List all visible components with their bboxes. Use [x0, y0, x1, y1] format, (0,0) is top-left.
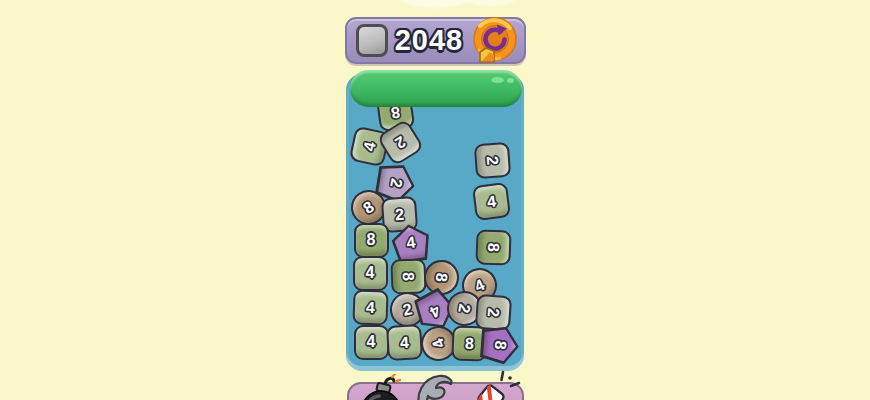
tile-number: 2 [401, 299, 413, 318]
tile-number: 8 [491, 340, 510, 350]
tile-square-2[interactable]: 2 [474, 293, 511, 330]
tile-square-4[interactable]: 4 [354, 325, 389, 360]
tile-number: 8 [399, 271, 417, 281]
tile-number: 2 [391, 132, 408, 152]
tile-number: 4 [471, 275, 487, 295]
game-board[interactable]: 8422282844848844242244488 [346, 74, 524, 371]
tile-circle-8[interactable]: 8 [422, 258, 460, 296]
tile-number: 4 [428, 335, 448, 351]
bomb-icon [357, 374, 407, 400]
bomb-powerup-button[interactable] [357, 374, 407, 400]
undo-coin-button[interactable] [470, 16, 518, 66]
tile-number: 4 [366, 264, 375, 282]
tile-square-2[interactable]: 2 [473, 141, 510, 178]
tile-square-8[interactable]: 8 [390, 258, 426, 294]
tile-number: 8 [432, 272, 451, 282]
powerup-tray [347, 382, 524, 400]
tile-number: 4 [399, 333, 409, 351]
tile-number: 2 [454, 302, 473, 314]
danger-bar-shine [491, 77, 504, 83]
tile-number: 2 [483, 155, 502, 165]
price-tag-icon [480, 48, 494, 62]
tile-number: 8 [367, 231, 376, 249]
score-header: 2048 [345, 17, 526, 64]
undo-coin-icon [470, 16, 518, 66]
firecracker-powerup-button[interactable] [473, 370, 521, 400]
tile-square-4[interactable]: 4 [471, 181, 510, 220]
tile-square-4[interactable]: 4 [353, 256, 388, 291]
tile-square-8[interactable]: 8 [475, 229, 511, 265]
tile-number: 4 [367, 333, 376, 351]
tile-square-4[interactable]: 4 [352, 289, 388, 325]
tile-number: 4 [365, 298, 375, 316]
tile-pentagon-8[interactable]: 8 [478, 323, 521, 366]
danger-bar-shine [507, 78, 514, 83]
tornado-icon [415, 372, 457, 400]
tile-number: 8 [359, 197, 377, 217]
firecracker-icon [473, 370, 521, 400]
tile-number: 2 [484, 307, 503, 317]
cloud-decoration [465, 0, 515, 6]
game-screen: 2048 8422282844848844242244488 [0, 0, 870, 400]
tile-square-4[interactable]: 4 [386, 324, 423, 361]
tile-number: 8 [464, 334, 474, 352]
score-value: 2048 [388, 18, 470, 63]
next-tile-preview [356, 24, 388, 57]
tile-square-8[interactable]: 8 [354, 223, 389, 258]
tile-number: 8 [484, 242, 502, 252]
tornado-powerup-button[interactable] [415, 372, 457, 400]
danger-bar [350, 70, 522, 107]
tile-number: 4 [485, 192, 496, 211]
tile-number: 4 [359, 140, 378, 152]
cloud-decoration [400, 0, 470, 8]
tile-number: 2 [394, 205, 404, 224]
